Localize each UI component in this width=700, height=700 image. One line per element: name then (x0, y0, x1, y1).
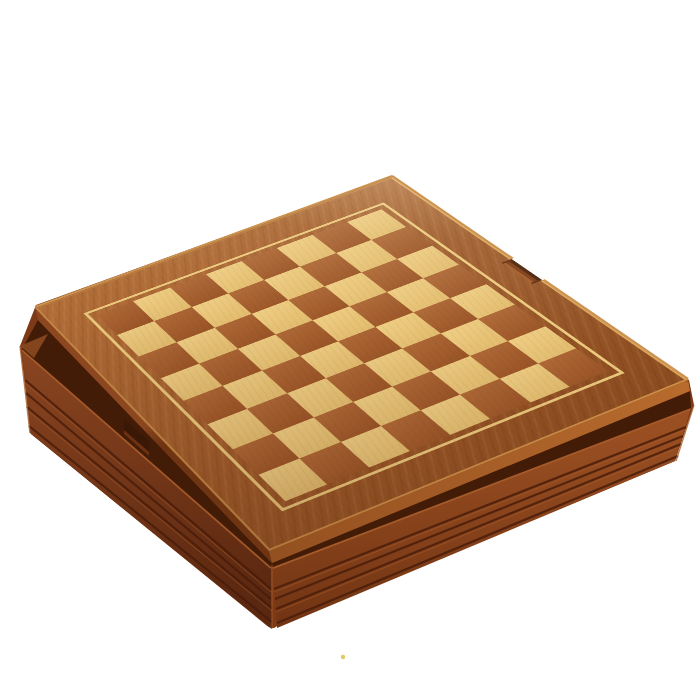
background-speck (341, 655, 345, 659)
product-photo-scene (0, 0, 700, 700)
